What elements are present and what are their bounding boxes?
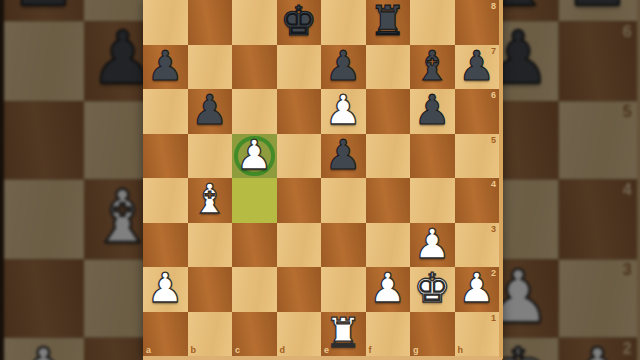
square-e7[interactable]: ♟ — [321, 45, 366, 90]
square-f4[interactable] — [366, 178, 411, 223]
square-d6[interactable] — [277, 89, 322, 134]
square-h2[interactable]: ♟2 — [455, 267, 500, 312]
rank-label-4: 4 — [491, 180, 496, 189]
rank-label-7: 7 — [491, 47, 496, 56]
square-a6[interactable] — [143, 89, 188, 134]
square-a2[interactable]: ♟ — [143, 267, 188, 312]
square-d3[interactable] — [277, 223, 322, 268]
square-e3[interactable] — [321, 223, 366, 268]
square-b7[interactable] — [188, 45, 233, 90]
black-rook-icon[interactable]: ♜ — [369, 0, 406, 44]
square-f5[interactable] — [366, 134, 411, 179]
square-h6[interactable]: 6 — [455, 89, 500, 134]
square-e4[interactable] — [321, 178, 366, 223]
white-rook-icon[interactable]: ♜ — [325, 311, 362, 356]
square-d5[interactable] — [277, 134, 322, 179]
square-f3[interactable] — [366, 223, 411, 268]
square-g3[interactable]: ♟ — [410, 223, 455, 268]
black-pawn-icon[interactable]: ♟ — [191, 88, 228, 133]
rank-label-5: 5 — [491, 136, 496, 145]
square-e1[interactable]: ♜e — [321, 312, 366, 357]
square-f7[interactable] — [366, 45, 411, 90]
square-h4: 4 — [558, 179, 637, 258]
white-king-icon[interactable]: ♚ — [414, 266, 451, 311]
white-pawn-icon[interactable]: ♟ — [236, 133, 273, 178]
square-d7[interactable] — [277, 45, 322, 90]
square-h2: ♟2 — [558, 338, 637, 360]
white-pawn-icon[interactable]: ♟ — [458, 266, 495, 311]
rank-label-3: 3 — [491, 225, 496, 234]
chess-board[interactable]: ♚♜8♟♟♝♟7♟♟♟6♟♟5♝4♟3♟♟♚♟2abcd♜efg1h — [143, 0, 503, 360]
square-h3: 3 — [558, 259, 637, 338]
square-g1[interactable]: g — [410, 312, 455, 357]
square-a2: ♟ — [4, 338, 83, 360]
black-king-icon[interactable]: ♚ — [280, 0, 317, 44]
square-c7[interactable] — [232, 45, 277, 90]
square-e5[interactable]: ♟ — [321, 134, 366, 179]
square-a5[interactable] — [143, 134, 188, 179]
square-a5 — [4, 100, 83, 179]
rank-label-5: 5 — [623, 104, 632, 120]
chess-board-container: ♚♜8♟♟♝♟7♟♟♟6♟♟5♝4♟3♟♟♚♟2abcd♜efg1h — [143, 0, 503, 360]
square-h7: ♟7 — [558, 0, 637, 21]
black-pawn-icon: ♟ — [11, 0, 76, 19]
square-b2[interactable] — [188, 267, 233, 312]
rank-label-8: 8 — [491, 2, 496, 11]
square-g6[interactable]: ♟ — [410, 89, 455, 134]
square-h1[interactable]: 1h — [455, 312, 500, 357]
square-h6: 6 — [558, 21, 637, 100]
square-b4[interactable]: ♝ — [188, 178, 233, 223]
square-a4[interactable] — [143, 178, 188, 223]
square-c4[interactable] — [232, 178, 277, 223]
white-pawn-icon[interactable]: ♟ — [147, 266, 184, 311]
file-label-f: f — [369, 346, 372, 355]
square-c6[interactable] — [232, 89, 277, 134]
square-f2[interactable]: ♟ — [366, 267, 411, 312]
white-bishop-icon[interactable]: ♝ — [191, 177, 228, 222]
black-pawn-icon[interactable]: ♟ — [414, 88, 451, 133]
square-c5[interactable]: ♟ — [232, 134, 277, 179]
black-pawn-icon[interactable]: ♟ — [325, 133, 362, 178]
file-label-c: c — [235, 346, 240, 355]
square-f8[interactable]: ♜ — [366, 0, 411, 45]
black-pawn-icon[interactable]: ♟ — [147, 44, 184, 89]
square-c1[interactable]: c — [232, 312, 277, 357]
white-pawn-icon[interactable]: ♟ — [325, 88, 362, 133]
square-c3[interactable] — [232, 223, 277, 268]
square-g5[interactable] — [410, 134, 455, 179]
rank-label-3: 3 — [623, 262, 632, 278]
file-label-d: d — [280, 346, 286, 355]
square-c8[interactable] — [232, 0, 277, 45]
square-h4[interactable]: 4 — [455, 178, 500, 223]
white-pawn-icon[interactable]: ♟ — [369, 266, 406, 311]
square-a7: ♟ — [4, 0, 83, 21]
square-d1[interactable]: d — [277, 312, 322, 357]
square-a4 — [4, 179, 83, 258]
square-g4[interactable] — [410, 178, 455, 223]
white-pawn-icon: ♟ — [11, 336, 76, 360]
rank-label-4: 4 — [623, 183, 632, 199]
square-a1[interactable]: a — [143, 312, 188, 357]
square-c2[interactable] — [232, 267, 277, 312]
black-pawn-icon[interactable]: ♟ — [325, 44, 362, 89]
square-b5[interactable] — [188, 134, 233, 179]
square-a7[interactable]: ♟ — [143, 45, 188, 90]
rank-label-2: 2 — [623, 341, 632, 357]
square-d4[interactable] — [277, 178, 322, 223]
file-label-b: b — [191, 346, 197, 355]
square-d2[interactable] — [277, 267, 322, 312]
square-h3[interactable]: 3 — [455, 223, 500, 268]
square-f1[interactable]: f — [366, 312, 411, 357]
rank-label-6: 6 — [623, 25, 632, 41]
square-e6[interactable]: ♟ — [321, 89, 366, 134]
file-label-h: h — [458, 346, 464, 355]
video-frame: ♚♜8♟♟♝♟7♟♟♟6♟♟5♝4♟3♟♟♚♟2abcd♜efg1h ♚♜8♟♟… — [0, 0, 640, 360]
square-b1[interactable]: b — [188, 312, 233, 357]
rank-label-2: 2 — [491, 269, 496, 278]
square-h7[interactable]: ♟7 — [455, 45, 500, 90]
file-label-e: e — [324, 346, 329, 355]
file-label-a: a — [146, 346, 151, 355]
square-e8[interactable] — [321, 0, 366, 45]
rank-label-6: 6 — [491, 91, 496, 100]
rank-label-1: 1 — [491, 314, 496, 323]
square-a3[interactable] — [143, 223, 188, 268]
black-pawn-icon: ♟ — [565, 0, 630, 19]
black-pawn-icon[interactable]: ♟ — [458, 44, 495, 89]
file-label-g: g — [413, 346, 419, 355]
square-d8[interactable]: ♚ — [277, 0, 322, 45]
square-h5[interactable]: 5 — [455, 134, 500, 179]
square-e2[interactable] — [321, 267, 366, 312]
square-g8[interactable] — [410, 0, 455, 45]
square-g7[interactable]: ♝ — [410, 45, 455, 90]
square-a3 — [4, 259, 83, 338]
white-pawn-icon: ♟ — [565, 336, 630, 360]
square-g2[interactable]: ♚ — [410, 267, 455, 312]
square-b3[interactable] — [188, 223, 233, 268]
square-b6[interactable]: ♟ — [188, 89, 233, 134]
square-h5: 5 — [558, 100, 637, 179]
square-b8[interactable] — [188, 0, 233, 45]
white-pawn-icon[interactable]: ♟ — [414, 222, 451, 267]
square-h8[interactable]: 8 — [455, 0, 500, 45]
black-bishop-icon[interactable]: ♝ — [414, 44, 451, 89]
square-a6 — [4, 21, 83, 100]
square-a8[interactable] — [143, 0, 188, 45]
square-f6[interactable] — [366, 89, 411, 134]
